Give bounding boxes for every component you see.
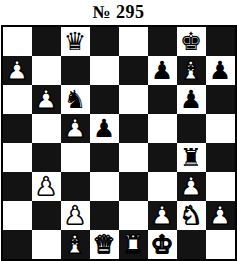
white-pawn: ♟ (61, 114, 90, 143)
square-g8: ♚ (177, 27, 206, 56)
square-a5 (3, 114, 32, 143)
square-h1 (206, 230, 235, 259)
square-a6 (3, 85, 32, 114)
square-d6 (90, 85, 119, 114)
square-f2: ♟ (148, 201, 177, 230)
white-pawn: ♟ (148, 201, 177, 230)
square-d3 (90, 172, 119, 201)
square-e6 (119, 85, 148, 114)
square-e2 (119, 201, 148, 230)
square-e7 (119, 56, 148, 85)
square-e3 (119, 172, 148, 201)
square-g1 (177, 230, 206, 259)
black-pawn: ♟ (177, 85, 206, 114)
square-c4 (61, 143, 90, 172)
square-d7 (90, 56, 119, 85)
chess-board: ♛♚♟♟♝♟♟♞♟♟♟♜♟♟♟♟♞♟♝♛♜♚ (1, 25, 237, 261)
square-g5 (177, 114, 206, 143)
white-knight: ♞ (177, 201, 206, 230)
white-king: ♚ (148, 230, 177, 259)
square-e4 (119, 143, 148, 172)
square-g6: ♟ (177, 85, 206, 114)
square-a7: ♟ (3, 56, 32, 85)
square-d5: ♟ (90, 114, 119, 143)
square-a4 (3, 143, 32, 172)
square-e5 (119, 114, 148, 143)
white-pawn: ♟ (206, 201, 235, 230)
square-h7: ♟ (206, 56, 235, 85)
black-rook: ♜ (177, 143, 206, 172)
square-b7 (32, 56, 61, 85)
square-b8 (32, 27, 61, 56)
square-f7: ♟ (148, 56, 177, 85)
square-d8 (90, 27, 119, 56)
square-h4 (206, 143, 235, 172)
white-bishop: ♝ (177, 56, 206, 85)
square-h2: ♟ (206, 201, 235, 230)
square-c6: ♞ (61, 85, 90, 114)
square-c7 (61, 56, 90, 85)
square-a3 (3, 172, 32, 201)
square-e1: ♜ (119, 230, 148, 259)
black-pawn: ♟ (90, 114, 119, 143)
white-pawn: ♟ (3, 56, 32, 85)
square-h5 (206, 114, 235, 143)
black-king: ♚ (177, 27, 206, 56)
square-c5: ♟ (61, 114, 90, 143)
white-pawn: ♟ (32, 85, 61, 114)
square-d4 (90, 143, 119, 172)
square-f5 (148, 114, 177, 143)
square-d1: ♛ (90, 230, 119, 259)
square-g2: ♞ (177, 201, 206, 230)
square-f3 (148, 172, 177, 201)
black-pawn: ♟ (148, 56, 177, 85)
black-pawn: ♟ (206, 56, 235, 85)
problem-number-title: № 295 (0, 0, 237, 25)
square-h6 (206, 85, 235, 114)
square-c3 (61, 172, 90, 201)
black-knight: ♞ (61, 85, 90, 114)
square-b1 (32, 230, 61, 259)
square-f8 (148, 27, 177, 56)
square-h3 (206, 172, 235, 201)
white-bishop: ♝ (61, 230, 90, 259)
square-b4 (32, 143, 61, 172)
white-pawn: ♟ (177, 172, 206, 201)
square-c2: ♟ (61, 201, 90, 230)
square-a2 (3, 201, 32, 230)
square-h8 (206, 27, 235, 56)
white-rook: ♜ (119, 230, 148, 259)
square-a8 (3, 27, 32, 56)
square-g4: ♜ (177, 143, 206, 172)
white-pawn: ♟ (32, 172, 61, 201)
square-f6 (148, 85, 177, 114)
white-pawn: ♟ (61, 201, 90, 230)
square-b6: ♟ (32, 85, 61, 114)
square-e8 (119, 27, 148, 56)
square-c8: ♛ (61, 27, 90, 56)
square-g7: ♝ (177, 56, 206, 85)
square-b2 (32, 201, 61, 230)
square-d2 (90, 201, 119, 230)
square-b3: ♟ (32, 172, 61, 201)
white-queen: ♛ (90, 230, 119, 259)
black-queen: ♛ (61, 27, 90, 56)
square-f1: ♚ (148, 230, 177, 259)
square-b5 (32, 114, 61, 143)
square-a1 (3, 230, 32, 259)
square-c1: ♝ (61, 230, 90, 259)
square-f4 (148, 143, 177, 172)
square-g3: ♟ (177, 172, 206, 201)
